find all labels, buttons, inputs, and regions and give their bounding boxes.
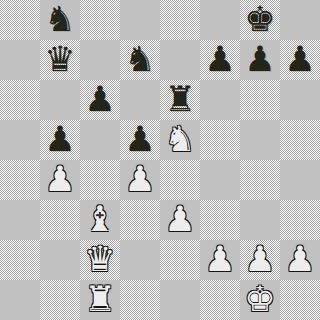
square-c7[interactable] (80, 40, 120, 80)
piece-black-pawn[interactable]: ♟ (44, 122, 75, 157)
square-f4[interactable] (200, 160, 240, 200)
square-b4[interactable]: ♟ (40, 160, 80, 200)
square-b3[interactable] (40, 200, 80, 240)
piece-white-pawn[interactable]: ♟ (204, 242, 235, 277)
piece-white-pawn[interactable]: ♟ (44, 162, 75, 197)
piece-white-pawn[interactable]: ♟ (164, 202, 195, 237)
square-c2[interactable]: ♛ (80, 240, 120, 280)
square-d3[interactable] (120, 200, 160, 240)
square-d2[interactable] (120, 240, 160, 280)
piece-white-pawn[interactable]: ♟ (124, 162, 155, 197)
square-a6[interactable] (0, 80, 40, 120)
square-h6[interactable] (280, 80, 320, 120)
square-h8[interactable] (280, 0, 320, 40)
piece-white-king[interactable]: ♚ (244, 282, 275, 317)
square-d1[interactable] (120, 280, 160, 320)
piece-white-queen[interactable]: ♛ (84, 242, 115, 277)
square-b7[interactable]: ♛ (40, 40, 80, 80)
piece-white-bishop[interactable]: ♝ (84, 202, 115, 237)
piece-black-rook[interactable]: ♜ (164, 82, 195, 117)
piece-white-pawn[interactable]: ♟ (284, 242, 315, 277)
piece-black-knight[interactable]: ♞ (44, 2, 75, 37)
square-e1[interactable] (160, 280, 200, 320)
square-f2[interactable]: ♟ (200, 240, 240, 280)
square-g7[interactable]: ♟ (240, 40, 280, 80)
square-d6[interactable] (120, 80, 160, 120)
square-c5[interactable] (80, 120, 120, 160)
piece-black-pawn[interactable]: ♟ (124, 122, 155, 157)
piece-black-pawn[interactable]: ♟ (204, 42, 235, 77)
square-e2[interactable] (160, 240, 200, 280)
square-a3[interactable] (0, 200, 40, 240)
square-b2[interactable] (40, 240, 80, 280)
square-d4[interactable]: ♟ (120, 160, 160, 200)
square-a5[interactable] (0, 120, 40, 160)
square-h4[interactable] (280, 160, 320, 200)
square-a1[interactable] (0, 280, 40, 320)
square-a8[interactable] (0, 0, 40, 40)
square-c4[interactable] (80, 160, 120, 200)
piece-black-queen[interactable]: ♛ (44, 42, 75, 77)
square-h3[interactable] (280, 200, 320, 240)
chess-board: ♞♚♛♞♟♟♟♟♜♟♟♞♟♟♝♟♛♟♟♟♜♚ (0, 0, 320, 320)
square-g4[interactable] (240, 160, 280, 200)
square-e5[interactable]: ♞ (160, 120, 200, 160)
square-h1[interactable] (280, 280, 320, 320)
square-g6[interactable] (240, 80, 280, 120)
piece-black-pawn[interactable]: ♟ (84, 82, 115, 117)
square-c1[interactable]: ♜ (80, 280, 120, 320)
square-g3[interactable] (240, 200, 280, 240)
square-d5[interactable]: ♟ (120, 120, 160, 160)
square-h2[interactable]: ♟ (280, 240, 320, 280)
square-b5[interactable]: ♟ (40, 120, 80, 160)
square-f6[interactable] (200, 80, 240, 120)
square-f7[interactable]: ♟ (200, 40, 240, 80)
square-a2[interactable] (0, 240, 40, 280)
square-b6[interactable] (40, 80, 80, 120)
piece-black-knight[interactable]: ♞ (124, 42, 155, 77)
piece-white-knight[interactable]: ♞ (164, 122, 195, 157)
square-b1[interactable] (40, 280, 80, 320)
piece-black-king[interactable]: ♚ (244, 2, 275, 37)
square-f3[interactable] (200, 200, 240, 240)
square-f1[interactable] (200, 280, 240, 320)
square-a4[interactable] (0, 160, 40, 200)
piece-black-pawn[interactable]: ♟ (244, 42, 275, 77)
square-d8[interactable] (120, 0, 160, 40)
piece-white-rook[interactable]: ♜ (84, 282, 115, 317)
square-g1[interactable]: ♚ (240, 280, 280, 320)
square-e7[interactable] (160, 40, 200, 80)
square-g2[interactable]: ♟ (240, 240, 280, 280)
square-b8[interactable]: ♞ (40, 0, 80, 40)
square-e4[interactable] (160, 160, 200, 200)
square-g5[interactable] (240, 120, 280, 160)
square-c8[interactable] (80, 0, 120, 40)
square-a7[interactable] (0, 40, 40, 80)
square-e6[interactable]: ♜ (160, 80, 200, 120)
piece-white-pawn[interactable]: ♟ (244, 242, 275, 277)
square-e3[interactable]: ♟ (160, 200, 200, 240)
square-h5[interactable] (280, 120, 320, 160)
square-c3[interactable]: ♝ (80, 200, 120, 240)
square-e8[interactable] (160, 0, 200, 40)
square-d7[interactable]: ♞ (120, 40, 160, 80)
square-f5[interactable] (200, 120, 240, 160)
square-c6[interactable]: ♟ (80, 80, 120, 120)
piece-black-pawn[interactable]: ♟ (284, 42, 315, 77)
square-h7[interactable]: ♟ (280, 40, 320, 80)
square-f8[interactable] (200, 0, 240, 40)
square-g8[interactable]: ♚ (240, 0, 280, 40)
